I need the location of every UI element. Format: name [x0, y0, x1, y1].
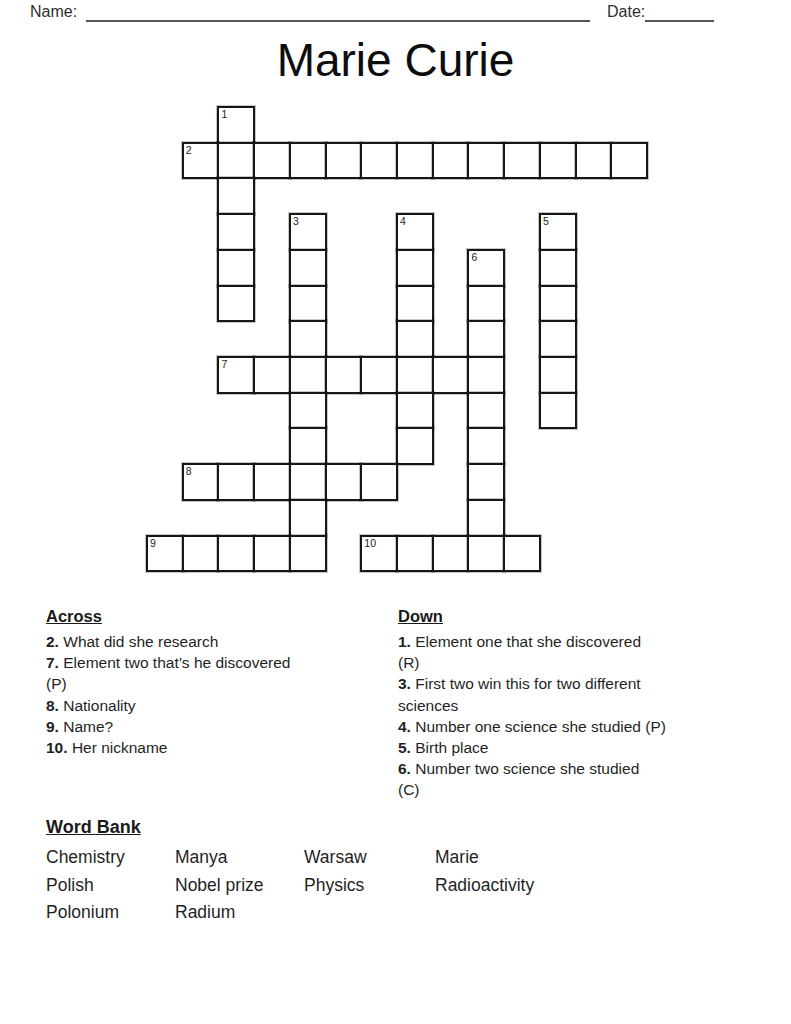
grid-cell-r12c1[interactable]	[182, 535, 220, 573]
cell-number-2: 2	[186, 144, 192, 156]
grid-cell-r1c5[interactable]	[325, 142, 363, 180]
word-bank-word: Polish	[46, 872, 175, 900]
clue-number: 5.	[398, 739, 411, 756]
grid-cell-r4c2[interactable]	[217, 249, 255, 287]
name-label: Name:	[30, 3, 77, 21]
clue-text: What did she research	[63, 633, 218, 650]
date-input-line[interactable]	[645, 2, 714, 22]
grid-cell-r12c10[interactable]	[503, 535, 541, 573]
grid-cell-r7c5[interactable]	[325, 356, 363, 394]
down-clues-section: Down 1. Element one that she discovered …	[398, 607, 750, 801]
clue-item: 4. Number one science she studied (P)	[398, 716, 750, 737]
grid-cell-r5c4[interactable]	[289, 285, 327, 323]
grid-cell-r12c4[interactable]	[289, 535, 327, 573]
grid-cell-r5c2[interactable]	[217, 285, 255, 323]
grid-cell-r7c7[interactable]	[396, 356, 434, 394]
grid-cell-r8c4[interactable]	[289, 392, 327, 430]
grid-cell-r4c7[interactable]	[396, 249, 434, 287]
grid-cell-r1c2[interactable]	[217, 142, 255, 180]
crossword-grid: 12345678910	[146, 106, 648, 573]
grid-cell-r7c3[interactable]	[253, 356, 291, 394]
grid-cell-r5c9[interactable]	[467, 285, 505, 323]
clue-item: 8. Nationality	[46, 695, 381, 716]
clue-number: 6.	[398, 760, 411, 777]
clue-text: Element two that’s he discovered (P)	[46, 654, 290, 692]
grid-cell-r4c4[interactable]	[289, 249, 327, 287]
clue-text: Name?	[63, 718, 113, 735]
grid-cell-r7c9[interactable]	[467, 356, 505, 394]
grid-cell-r12c9[interactable]	[467, 535, 505, 573]
down-clues-list: 1. Element one that she discovered (R)3.…	[398, 631, 750, 801]
clue-item: 3. First two win this for two different …	[398, 673, 750, 715]
cell-number-1: 1	[221, 108, 227, 120]
grid-cell-r10c3[interactable]	[253, 463, 291, 501]
grid-cell-r11c9[interactable]	[467, 499, 505, 537]
grid-cell-r10c1[interactable]: 8	[182, 463, 220, 501]
grid-cell-r6c9[interactable]	[467, 320, 505, 358]
grid-cell-r10c5[interactable]	[325, 463, 363, 501]
clue-text: Number one science she studied (P)	[415, 718, 666, 735]
clue-number: 9.	[46, 718, 59, 735]
clue-text: Birth place	[415, 739, 488, 756]
clue-item: 10. Her nickname	[46, 737, 381, 758]
clue-number: 1.	[398, 633, 411, 650]
grid-cell-r3c2[interactable]	[217, 213, 255, 251]
grid-cell-r1c4[interactable]	[289, 142, 327, 180]
grid-cell-r1c13[interactable]	[610, 142, 648, 180]
grid-cell-r9c7[interactable]	[396, 427, 434, 465]
clue-item: 7. Element two that’s he discovered (P)	[46, 652, 381, 694]
cell-number-4: 4	[400, 215, 406, 227]
grid-cell-r1c12[interactable]	[575, 142, 613, 180]
grid-cell-r4c9[interactable]: 6	[467, 249, 505, 287]
grid-cell-r10c9[interactable]	[467, 463, 505, 501]
grid-cell-r10c2[interactable]	[217, 463, 255, 501]
grid-cell-r0c2[interactable]: 1	[217, 106, 255, 144]
grid-cell-r1c1[interactable]: 2	[182, 142, 220, 180]
word-bank-word: Radium	[175, 899, 304, 927]
clue-text: First two win this for two different sci…	[398, 675, 641, 713]
grid-cell-r6c7[interactable]	[396, 320, 434, 358]
cell-number-3: 3	[293, 215, 299, 227]
grid-cell-r1c9[interactable]	[467, 142, 505, 180]
grid-cell-r1c3[interactable]	[253, 142, 291, 180]
word-bank-section: Word Bank ChemistryManyaWarsawMariePolis…	[46, 817, 746, 927]
clue-item: 1. Element one that she discovered (R)	[398, 631, 750, 673]
grid-cell-r7c2[interactable]: 7	[217, 356, 255, 394]
grid-cell-r10c6[interactable]	[360, 463, 398, 501]
across-clues-section: Across 2. What did she research7. Elemen…	[46, 607, 381, 758]
word-bank-word: Nobel prize	[175, 872, 304, 900]
grid-cell-r7c4[interactable]	[289, 356, 327, 394]
word-bank-word: Physics	[304, 872, 435, 900]
grid-cell-r12c8[interactable]	[432, 535, 470, 573]
word-bank-word: Chemistry	[46, 844, 175, 872]
across-header: Across	[46, 607, 381, 626]
across-clues-list: 2. What did she research7. Element two t…	[46, 631, 381, 758]
grid-cell-r6c4[interactable]	[289, 320, 327, 358]
grid-cell-r8c11[interactable]	[539, 392, 577, 430]
grid-cell-r12c2[interactable]	[217, 535, 255, 573]
cell-number-6: 6	[471, 251, 477, 263]
grid-cell-r8c7[interactable]	[396, 392, 434, 430]
cell-number-9: 9	[150, 537, 156, 549]
clue-number: 3.	[398, 675, 411, 692]
grid-cell-r7c6[interactable]	[360, 356, 398, 394]
word-bank-word: Warsaw	[304, 844, 435, 872]
grid-cell-r6c11[interactable]	[539, 320, 577, 358]
clue-number: 4.	[398, 718, 411, 735]
cell-number-10: 10	[364, 537, 376, 549]
grid-cell-r9c4[interactable]	[289, 427, 327, 465]
clue-number: 7.	[46, 654, 59, 671]
grid-cell-r4c11[interactable]	[539, 249, 577, 287]
grid-cell-r7c8[interactable]	[432, 356, 470, 394]
word-bank-list: ChemistryManyaWarsawMariePolishNobel pri…	[46, 844, 746, 927]
cell-number-8: 8	[186, 465, 192, 477]
grid-cell-r3c7[interactable]: 4	[396, 213, 434, 251]
grid-cell-r12c6[interactable]: 10	[360, 535, 398, 573]
grid-cell-r7c11[interactable]	[539, 356, 577, 394]
grid-cell-r2c2[interactable]	[217, 177, 255, 215]
clue-text: Number two science she studied (C)	[398, 760, 639, 798]
clue-number: 10.	[46, 739, 68, 756]
name-input-line[interactable]	[86, 2, 590, 22]
grid-cell-r12c7[interactable]	[396, 535, 434, 573]
word-bank-word: Manya	[175, 844, 304, 872]
grid-cell-r3c4[interactable]: 3	[289, 213, 327, 251]
cell-number-7: 7	[221, 358, 227, 370]
grid-cell-r9c9[interactable]	[467, 427, 505, 465]
page-title: Marie Curie	[0, 33, 791, 87]
grid-cell-r12c3[interactable]	[253, 535, 291, 573]
word-bank-header: Word Bank	[46, 817, 746, 838]
clue-text: Element one that she discovered (R)	[398, 633, 641, 671]
grid-cell-r11c4[interactable]	[289, 499, 327, 537]
grid-cell-r5c11[interactable]	[539, 285, 577, 323]
clue-item: 2. What did she research	[46, 631, 381, 652]
grid-cell-r1c6[interactable]	[360, 142, 398, 180]
grid-cell-r1c7[interactable]	[396, 142, 434, 180]
down-header: Down	[398, 607, 750, 626]
clue-item: 9. Name?	[46, 716, 381, 737]
word-bank-word: Polonium	[46, 899, 175, 927]
grid-cell-r1c10[interactable]	[503, 142, 541, 180]
word-bank-word: Marie	[435, 844, 746, 872]
clue-text: Nationality	[63, 697, 135, 714]
cell-number-5: 5	[543, 215, 549, 227]
clue-number: 2.	[46, 633, 59, 650]
grid-cell-r1c8[interactable]	[432, 142, 470, 180]
grid-cell-r1c11[interactable]	[539, 142, 577, 180]
clue-number: 8.	[46, 697, 59, 714]
grid-cell-r5c7[interactable]	[396, 285, 434, 323]
grid-cell-r10c4[interactable]	[289, 463, 327, 501]
date-label: Date:	[607, 3, 645, 21]
worksheet-page: Name: Date: Marie Curie 12345678910 Acro…	[0, 0, 791, 1024]
grid-cell-r3c11[interactable]: 5	[539, 213, 577, 251]
word-bank-word: Radioactivity	[435, 872, 746, 900]
clue-text: Her nickname	[72, 739, 168, 756]
grid-cell-r8c9[interactable]	[467, 392, 505, 430]
grid-cell-r12c0[interactable]: 9	[146, 535, 184, 573]
clue-item: 5. Birth place	[398, 737, 750, 758]
clue-item: 6. Number two science she studied (C)	[398, 758, 750, 800]
